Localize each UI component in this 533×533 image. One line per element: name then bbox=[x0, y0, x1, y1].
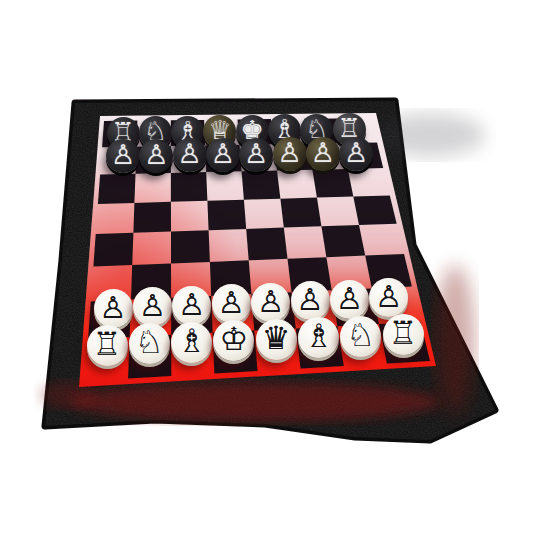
chess-board-photo: ♖♘♗♕♚♗♘♖♙♙♙♙♙♙♙♙♙♙♙♙♙♙♙♙♖♘♗♔♛♗♘♖ bbox=[0, 0, 533, 533]
piece-e1-white-queen[interactable]: ♛ bbox=[256, 319, 297, 360]
black-pawn-glyph: ♙ bbox=[111, 138, 135, 172]
black-pawn-glyph: ♙ bbox=[211, 137, 235, 171]
white-rook-glyph: ♖ bbox=[93, 324, 122, 365]
black-pawn-glyph: ♙ bbox=[244, 137, 268, 171]
black-pawn-glyph: ♙ bbox=[311, 136, 335, 170]
piece-f1-white-bishop[interactable]: ♗ bbox=[298, 317, 339, 358]
black-pawn-glyph: ♙ bbox=[144, 138, 168, 172]
black-pawn-glyph: ♙ bbox=[277, 136, 301, 170]
piece-c7-black-pawn[interactable]: ♙ bbox=[173, 138, 207, 172]
piece-b7-black-pawn[interactable]: ♙ bbox=[139, 139, 173, 173]
white-king-glyph: ♔ bbox=[220, 319, 249, 360]
piece-g7-black-pawn[interactable]: ♙ bbox=[306, 137, 340, 171]
white-queen-glyph: ♛ bbox=[262, 318, 291, 359]
piece-e7-black-pawn[interactable]: ♙ bbox=[239, 138, 273, 172]
chess-board bbox=[0, 0, 533, 533]
piece-f7-black-pawn[interactable]: ♙ bbox=[273, 137, 307, 171]
piece-h1-white-rook[interactable]: ♖ bbox=[383, 314, 424, 355]
piece-d7-black-pawn[interactable]: ♙ bbox=[206, 138, 240, 172]
white-bishop-glyph: ♗ bbox=[304, 316, 333, 357]
white-knight-glyph: ♘ bbox=[346, 315, 375, 356]
white-pawn-glyph: ♙ bbox=[100, 288, 127, 327]
piece-h7-black-pawn[interactable]: ♙ bbox=[339, 137, 373, 171]
white-pawn-glyph: ♙ bbox=[336, 279, 363, 318]
black-pawn-glyph: ♙ bbox=[177, 137, 201, 171]
piece-b1-white-knight[interactable]: ♘ bbox=[129, 323, 170, 364]
white-bishop-glyph: ♗ bbox=[177, 321, 206, 362]
piece-e2-white-pawn[interactable]: ♙ bbox=[251, 283, 290, 322]
white-knight-glyph: ♘ bbox=[135, 322, 164, 363]
piece-c1-white-bishop[interactable]: ♗ bbox=[171, 322, 212, 363]
piece-f2-white-pawn[interactable]: ♙ bbox=[291, 281, 330, 320]
white-pawn-glyph: ♙ bbox=[297, 280, 324, 319]
piece-c2-white-pawn[interactable]: ♙ bbox=[172, 286, 211, 325]
piece-a2-white-pawn[interactable]: ♙ bbox=[94, 289, 133, 328]
piece-b2-white-pawn[interactable]: ♙ bbox=[133, 287, 172, 326]
black-pawn-glyph: ♙ bbox=[344, 136, 368, 170]
piece-g2-white-pawn[interactable]: ♙ bbox=[330, 280, 369, 319]
white-pawn-glyph: ♙ bbox=[375, 277, 402, 316]
piece-a7-black-pawn[interactable]: ♙ bbox=[106, 139, 140, 173]
white-pawn-glyph: ♙ bbox=[139, 286, 166, 325]
white-pawn-glyph: ♙ bbox=[257, 282, 284, 321]
white-pawn-glyph: ♙ bbox=[218, 283, 245, 322]
white-pawn-glyph: ♙ bbox=[178, 285, 205, 324]
piece-a1-white-rook[interactable]: ♖ bbox=[87, 325, 128, 366]
white-rook-glyph: ♖ bbox=[389, 313, 418, 354]
piece-g1-white-knight[interactable]: ♘ bbox=[340, 316, 381, 357]
piece-d2-white-pawn[interactable]: ♙ bbox=[212, 284, 251, 323]
